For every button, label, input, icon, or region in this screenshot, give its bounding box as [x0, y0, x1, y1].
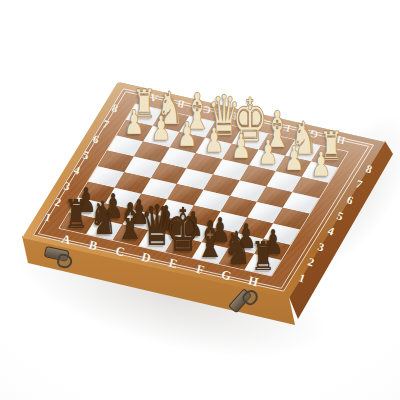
piece-light-pawn-d7[interactable]: ♟ [204, 123, 224, 157]
piece-dark-knight-g1[interactable]: ♞ [223, 224, 250, 270]
piece-light-pawn-c7[interactable]: ♟ [177, 117, 197, 151]
piece-light-pawn-f7[interactable]: ♟ [257, 135, 277, 169]
piece-dark-bishop-f1[interactable]: ♝ [195, 215, 225, 265]
piece-light-pawn-e7[interactable]: ♟ [231, 129, 251, 163]
piece-dark-knight-b1[interactable]: ♞ [90, 194, 117, 240]
piece-light-pawn-b7[interactable]: ♟ [151, 111, 171, 145]
chess-set-photo: ABCDEFGHABCDEFGH1234567812345678 ♜♞♝♛♚♝♞… [0, 0, 400, 400]
piece-light-pawn-a7[interactable]: ♟ [124, 105, 144, 139]
piece-light-pawn-g7[interactable]: ♟ [284, 141, 304, 175]
piece-light-pawn-h7[interactable]: ♟ [311, 147, 331, 181]
piece-dark-rook-a1[interactable]: ♜ [65, 194, 89, 234]
piece-dark-rook-h1[interactable]: ♜ [252, 236, 276, 276]
